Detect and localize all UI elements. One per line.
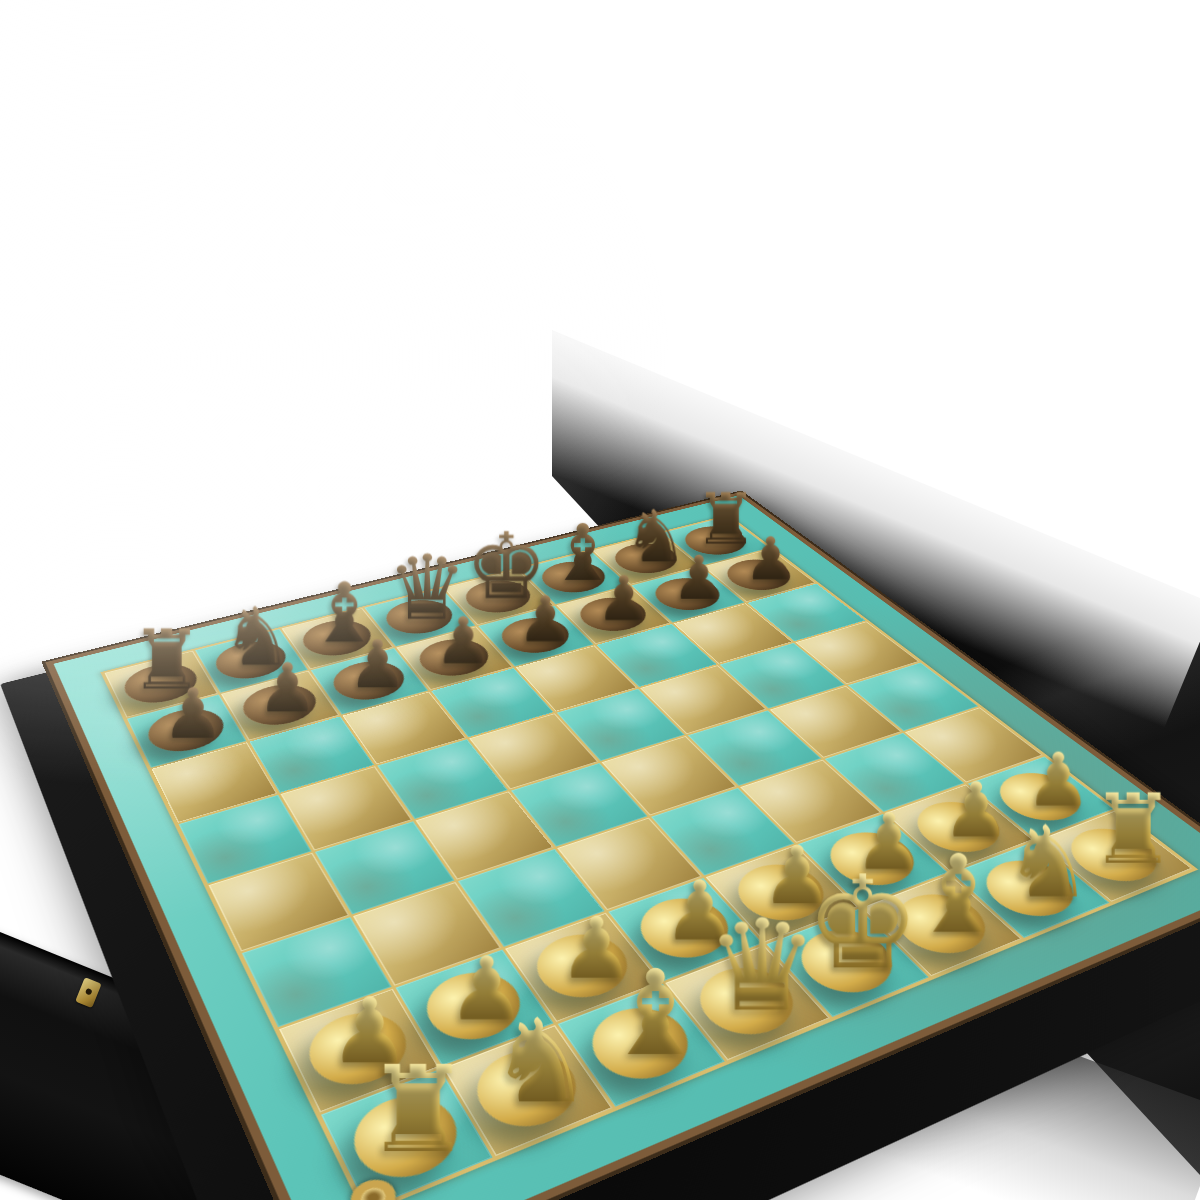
black-pawn[interactable]: ♟ — [744, 529, 797, 588]
white-bishop[interactable]: ♝ — [602, 954, 708, 1072]
white-rook[interactable]: ♜ — [1090, 781, 1177, 878]
white-knight[interactable]: ♞ — [1004, 813, 1093, 912]
white-rook[interactable]: ♜ — [365, 1049, 472, 1169]
white-bishop[interactable]: ♝ — [910, 841, 1007, 949]
white-knight[interactable]: ♞ — [489, 1003, 593, 1119]
photo-backdrop: ♜♞♝♛♚♝♞♜♟♟♟♟♟♟♟♟♟♟♟♟♟♟♟♟♜♞♝♛♚♝♞♜ — [0, 0, 1200, 1200]
black-pawn[interactable]: ♟ — [517, 588, 574, 651]
white-queen[interactable]: ♛ — [705, 902, 819, 1029]
black-pawn[interactable]: ♟ — [162, 679, 224, 749]
keyhole-icon — [75, 977, 101, 1008]
black-pawn[interactable]: ♟ — [348, 631, 407, 697]
black-pawn[interactable]: ♟ — [434, 609, 492, 674]
black-pawn[interactable]: ♟ — [596, 567, 651, 629]
black-pawn[interactable]: ♟ — [257, 654, 318, 722]
white-king[interactable]: ♚ — [805, 859, 920, 988]
black-pawn[interactable]: ♟ — [672, 548, 726, 608]
